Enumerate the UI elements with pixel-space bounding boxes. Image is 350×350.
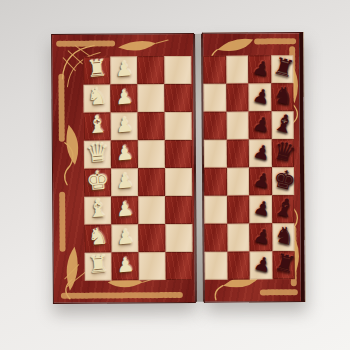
square: ♞ — [271, 83, 294, 111]
square: ♞ — [272, 223, 295, 251]
piece-white-queen: ♛ — [84, 139, 109, 167]
square — [138, 196, 165, 224]
piece-white-pawn: ♟ — [115, 226, 134, 247]
square — [165, 168, 192, 196]
piece-white-pawn: ♟ — [115, 198, 134, 219]
piece-black-pawn: ♟ — [250, 57, 271, 80]
square — [164, 56, 191, 84]
square — [165, 196, 192, 224]
square: ♟ — [111, 196, 138, 224]
square — [227, 168, 250, 196]
square — [227, 140, 250, 168]
square: ♝ — [271, 111, 294, 139]
square — [165, 224, 192, 252]
piece-white-knight: ♞ — [86, 224, 108, 249]
square: ♟ — [249, 55, 272, 83]
square: ♟ — [111, 224, 138, 252]
square — [204, 112, 227, 140]
square — [226, 112, 249, 140]
piece-black-pawn: ♟ — [251, 113, 272, 136]
piece-black-pawn: ♟ — [251, 85, 272, 108]
piece-black-bishop: ♝ — [271, 193, 298, 222]
square: ♝ — [84, 196, 111, 224]
piece-black-bishop: ♝ — [271, 109, 298, 138]
piece-white-pawn: ♟ — [114, 58, 133, 79]
chess-board: ♜♟♞♟♝♟♛♟♚♟♝♟♞♟♜♟ ♟♜♟♞♟♝♟♛♟♚♟♝♟♞♟♜ — [51, 32, 305, 304]
piece-white-pawn: ♟ — [115, 254, 134, 275]
piece-white-bishop: ♝ — [85, 112, 108, 138]
piece-white-pawn: ♟ — [114, 142, 133, 163]
square: ♟ — [249, 167, 272, 195]
piece-white-pawn: ♟ — [114, 114, 133, 135]
square: ♞ — [84, 224, 111, 252]
piece-black-knight: ♞ — [271, 82, 297, 109]
piece-black-rook: ♜ — [272, 250, 298, 277]
square — [137, 84, 164, 112]
piece-black-pawn: ♟ — [251, 169, 272, 192]
square: ♛ — [272, 139, 295, 167]
square — [139, 252, 166, 280]
piece-black-knight: ♞ — [272, 222, 298, 249]
square: ♜ — [85, 252, 112, 280]
square: ♟ — [111, 168, 138, 196]
square — [227, 196, 250, 224]
piece-black-pawn: ♟ — [251, 141, 272, 164]
square: ♟ — [111, 112, 138, 140]
square: ♚ — [84, 168, 111, 196]
piece-white-rook: ♜ — [87, 252, 109, 277]
piece-white-pawn: ♟ — [115, 170, 134, 191]
square — [204, 56, 227, 84]
piece-white-knight: ♞ — [85, 84, 107, 109]
board-right-half: ♟♜♟♞♟♝♟♛♟♚♟♝♟♞♟♜ — [202, 32, 304, 303]
square — [226, 56, 249, 84]
piece-white-pawn: ♟ — [114, 86, 133, 107]
square: ♟ — [249, 83, 272, 111]
square — [138, 140, 165, 168]
square — [205, 252, 228, 280]
piece-black-queen: ♛ — [270, 137, 298, 167]
board-left-half: ♜♟♞♟♝♟♛♟♚♟♝♟♞♟♜♟ — [51, 33, 196, 304]
grid-left: ♜♟♞♟♝♟♛♟♚♟♝♟♞♟♜♟ — [83, 56, 193, 281]
square — [164, 84, 191, 112]
square — [227, 251, 250, 279]
square — [205, 224, 228, 252]
square — [137, 56, 164, 84]
square: ♟ — [250, 195, 273, 223]
piece-black-rook: ♜ — [271, 54, 297, 81]
photo-background: ♜♟♞♟♝♟♛♟♚♟♝♟♞♟♜♟ ♟♜♟♞♟♝♟♛♟♚♟♝♟♞♟♜ — [0, 0, 350, 350]
piece-black-pawn: ♟ — [252, 253, 273, 276]
square — [205, 196, 228, 224]
square — [165, 140, 192, 168]
piece-white-rook: ♜ — [85, 56, 107, 81]
piece-white-king: ♚ — [84, 167, 109, 195]
square: ♜ — [272, 251, 295, 279]
piece-white-bishop: ♝ — [86, 196, 109, 222]
square: ♝ — [272, 195, 295, 223]
square — [165, 112, 192, 140]
square: ♟ — [111, 140, 138, 168]
square: ♟ — [110, 56, 137, 84]
square: ♟ — [250, 223, 273, 251]
square: ♟ — [110, 84, 137, 112]
square — [138, 168, 165, 196]
square — [204, 168, 227, 196]
grid-right: ♟♜♟♞♟♝♟♛♟♚♟♝♟♞♟♜ — [204, 55, 296, 280]
square: ♟ — [249, 139, 272, 167]
square: ♟ — [250, 251, 273, 279]
square: ♟ — [249, 111, 272, 139]
square: ♜ — [83, 56, 110, 84]
square — [227, 224, 250, 252]
piece-black-pawn: ♟ — [251, 225, 272, 248]
piece-black-king: ♚ — [271, 165, 299, 195]
square: ♟ — [112, 252, 139, 280]
square: ♚ — [272, 167, 295, 195]
square: ♜ — [271, 55, 294, 83]
square: ♞ — [83, 84, 110, 112]
square — [226, 84, 249, 112]
square — [138, 112, 165, 140]
piece-black-pawn: ♟ — [251, 197, 272, 220]
square — [204, 84, 227, 112]
square — [204, 140, 227, 168]
square — [166, 252, 193, 280]
square — [138, 224, 165, 252]
